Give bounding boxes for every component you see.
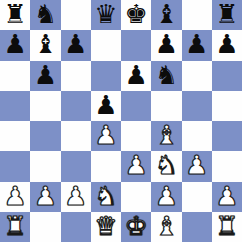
piece-black-rook[interactable]: ♜ — [3, 1, 26, 27]
square-g8[interactable] — [182, 0, 212, 30]
piece-black-pawn[interactable]: ♟ — [34, 62, 57, 88]
square-g5[interactable] — [182, 91, 212, 121]
square-h8[interactable]: ♜ — [212, 0, 242, 30]
piece-black-knight[interactable]: ♞ — [34, 1, 57, 27]
square-b1[interactable] — [30, 212, 60, 242]
square-d2[interactable]: ♞ — [91, 182, 121, 212]
square-f5[interactable] — [151, 91, 181, 121]
square-b8[interactable]: ♞ — [30, 0, 60, 30]
square-h2[interactable]: ♟ — [212, 182, 242, 212]
square-a2[interactable]: ♟ — [0, 182, 30, 212]
square-c6[interactable] — [61, 61, 91, 91]
piece-white-pawn[interactable]: ♟ — [124, 152, 147, 178]
piece-black-king[interactable]: ♚ — [124, 1, 147, 27]
square-a8[interactable]: ♜ — [0, 0, 30, 30]
square-c5[interactable] — [61, 91, 91, 121]
piece-white-pawn[interactable]: ♟ — [34, 183, 57, 209]
square-b7[interactable]: ♝ — [30, 30, 60, 60]
piece-black-queen[interactable]: ♛ — [94, 1, 117, 27]
square-h1[interactable]: ♜ — [212, 212, 242, 242]
square-b4[interactable] — [30, 121, 60, 151]
square-e2[interactable] — [121, 182, 151, 212]
square-e6[interactable]: ♟ — [121, 61, 151, 91]
square-f3[interactable]: ♞ — [151, 151, 181, 181]
square-g2[interactable] — [182, 182, 212, 212]
square-c4[interactable] — [61, 121, 91, 151]
square-d5[interactable]: ♟ — [91, 91, 121, 121]
square-e3[interactable]: ♟ — [121, 151, 151, 181]
square-f8[interactable]: ♝ — [151, 0, 181, 30]
piece-white-pawn[interactable]: ♟ — [215, 183, 238, 209]
piece-black-bishop[interactable]: ♝ — [155, 1, 178, 27]
piece-black-pawn[interactable]: ♟ — [185, 31, 208, 57]
piece-black-pawn[interactable]: ♟ — [155, 31, 178, 57]
square-a3[interactable] — [0, 151, 30, 181]
square-f7[interactable]: ♟ — [151, 30, 181, 60]
square-e5[interactable] — [121, 91, 151, 121]
square-c1[interactable] — [61, 212, 91, 242]
piece-black-knight[interactable]: ♞ — [155, 62, 178, 88]
piece-white-bishop[interactable]: ♝ — [155, 122, 178, 148]
square-b2[interactable]: ♟ — [30, 182, 60, 212]
square-h7[interactable]: ♟ — [212, 30, 242, 60]
square-a6[interactable] — [0, 61, 30, 91]
square-c7[interactable]: ♟ — [61, 30, 91, 60]
square-c3[interactable] — [61, 151, 91, 181]
piece-black-pawn[interactable]: ♟ — [64, 31, 87, 57]
square-d4[interactable]: ♟ — [91, 121, 121, 151]
piece-black-pawn[interactable]: ♟ — [3, 31, 26, 57]
piece-black-pawn[interactable]: ♟ — [94, 92, 117, 118]
piece-white-knight[interactable]: ♞ — [155, 152, 178, 178]
piece-black-rook[interactable]: ♜ — [215, 1, 238, 27]
square-g4[interactable] — [182, 121, 212, 151]
square-e7[interactable] — [121, 30, 151, 60]
square-d7[interactable] — [91, 30, 121, 60]
square-a1[interactable]: ♜ — [0, 212, 30, 242]
square-b3[interactable] — [30, 151, 60, 181]
piece-white-bishop[interactable]: ♝ — [155, 213, 178, 239]
square-h6[interactable] — [212, 61, 242, 91]
piece-white-queen[interactable]: ♛ — [94, 213, 117, 239]
piece-white-king[interactable]: ♚ — [124, 213, 147, 239]
piece-white-pawn[interactable]: ♟ — [155, 183, 178, 209]
square-d1[interactable]: ♛ — [91, 212, 121, 242]
square-f2[interactable]: ♟ — [151, 182, 181, 212]
square-g1[interactable] — [182, 212, 212, 242]
piece-black-pawn[interactable]: ♟ — [215, 31, 238, 57]
square-f6[interactable]: ♞ — [151, 61, 181, 91]
square-b6[interactable]: ♟ — [30, 61, 60, 91]
piece-white-pawn[interactable]: ♟ — [3, 183, 26, 209]
piece-white-knight[interactable]: ♞ — [94, 183, 117, 209]
piece-black-bishop[interactable]: ♝ — [34, 31, 57, 57]
square-h4[interactable] — [212, 121, 242, 151]
square-g6[interactable] — [182, 61, 212, 91]
square-e8[interactable]: ♚ — [121, 0, 151, 30]
square-f1[interactable]: ♝ — [151, 212, 181, 242]
piece-white-rook[interactable]: ♜ — [215, 213, 238, 239]
square-c8[interactable] — [61, 0, 91, 30]
square-a7[interactable]: ♟ — [0, 30, 30, 60]
square-d3[interactable] — [91, 151, 121, 181]
piece-white-pawn[interactable]: ♟ — [64, 183, 87, 209]
square-a5[interactable] — [0, 91, 30, 121]
square-c2[interactable]: ♟ — [61, 182, 91, 212]
square-a4[interactable] — [0, 121, 30, 151]
chess-board: ♜♞♛♚♝♜♟♝♟♟♟♟♟♟♞♟♟♝♟♞♟♟♟♟♞♟♟♜♛♚♝♜ — [0, 0, 242, 242]
square-d6[interactable] — [91, 61, 121, 91]
square-g7[interactable]: ♟ — [182, 30, 212, 60]
piece-white-pawn[interactable]: ♟ — [94, 122, 117, 148]
square-b5[interactable] — [30, 91, 60, 121]
square-d8[interactable]: ♛ — [91, 0, 121, 30]
square-h5[interactable] — [212, 91, 242, 121]
square-f4[interactable]: ♝ — [151, 121, 181, 151]
square-e1[interactable]: ♚ — [121, 212, 151, 242]
piece-white-pawn[interactable]: ♟ — [185, 152, 208, 178]
square-e4[interactable] — [121, 121, 151, 151]
piece-black-pawn[interactable]: ♟ — [124, 62, 147, 88]
square-g3[interactable]: ♟ — [182, 151, 212, 181]
square-h3[interactable] — [212, 151, 242, 181]
piece-white-rook[interactable]: ♜ — [3, 213, 26, 239]
